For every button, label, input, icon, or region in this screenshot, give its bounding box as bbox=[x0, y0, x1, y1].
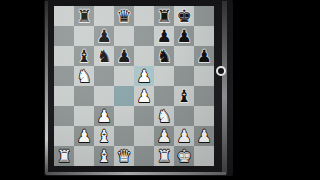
indicator-dot-white-icon bbox=[216, 99, 223, 106]
square-c4[interactable] bbox=[94, 86, 114, 106]
white-king[interactable]: ♚ bbox=[176, 146, 191, 166]
square-e7[interactable] bbox=[134, 26, 154, 46]
white-pawn[interactable]: ♟ bbox=[196, 126, 211, 146]
white-pawn[interactable]: ♟ bbox=[176, 126, 191, 146]
white-pawn[interactable]: ♟ bbox=[76, 126, 91, 146]
square-f1[interactable]: ♜ bbox=[154, 146, 174, 166]
square-e3[interactable] bbox=[134, 106, 154, 126]
black-pawn[interactable]: ♟ bbox=[176, 26, 191, 46]
black-pawn[interactable]: ♟ bbox=[156, 26, 171, 46]
black-pawn[interactable]: ♟ bbox=[96, 26, 111, 46]
square-e1[interactable] bbox=[134, 146, 154, 166]
square-a8[interactable] bbox=[54, 6, 74, 26]
black-rook[interactable]: ♜ bbox=[76, 6, 91, 26]
square-g6[interactable] bbox=[174, 46, 194, 66]
square-b8[interactable]: ♜ bbox=[74, 6, 94, 26]
square-g1[interactable]: ♚ bbox=[174, 146, 194, 166]
square-h3[interactable] bbox=[194, 106, 214, 126]
black-rook[interactable]: ♜ bbox=[156, 6, 171, 26]
square-f4[interactable] bbox=[154, 86, 174, 106]
square-h6[interactable]: ♟ bbox=[194, 46, 214, 66]
white-pawn[interactable]: ♟ bbox=[136, 66, 151, 86]
square-a2[interactable] bbox=[54, 126, 74, 146]
square-g7[interactable]: ♟ bbox=[174, 26, 194, 46]
white-pawn[interactable]: ♟ bbox=[136, 86, 151, 106]
square-b2[interactable]: ♟ bbox=[74, 126, 94, 146]
screen: ♜♛♜♚♟♟♟♝♞♟♞♟♞♟♟♝♟♞♟♝♟♟♟♜♝♛♜♚ bbox=[0, 0, 320, 180]
white-pawn[interactable]: ♟ bbox=[96, 106, 111, 126]
square-e4[interactable]: ♟ bbox=[134, 86, 154, 106]
square-c3[interactable]: ♟ bbox=[94, 106, 114, 126]
black-bishop[interactable]: ♝ bbox=[176, 86, 191, 106]
indicator-dot-red-bottom-icon bbox=[217, 110, 221, 114]
square-g3[interactable] bbox=[174, 106, 194, 126]
square-g5[interactable] bbox=[174, 66, 194, 86]
square-d4[interactable] bbox=[114, 86, 134, 106]
white-pawn[interactable]: ♟ bbox=[156, 126, 171, 146]
square-f3[interactable]: ♞ bbox=[154, 106, 174, 126]
square-h5[interactable] bbox=[194, 66, 214, 86]
square-b5[interactable]: ♞ bbox=[74, 66, 94, 86]
white-knight[interactable]: ♞ bbox=[76, 66, 91, 86]
square-e2[interactable] bbox=[134, 126, 154, 146]
square-a3[interactable] bbox=[54, 106, 74, 126]
black-pawn[interactable]: ♟ bbox=[196, 46, 211, 66]
black-king[interactable]: ♚ bbox=[176, 6, 191, 26]
square-c7[interactable]: ♟ bbox=[94, 26, 114, 46]
square-c2[interactable]: ♝ bbox=[94, 126, 114, 146]
square-b6[interactable]: ♝ bbox=[74, 46, 94, 66]
white-bishop[interactable]: ♝ bbox=[96, 146, 111, 166]
square-d8[interactable]: ♛ bbox=[114, 6, 134, 26]
chess-board: ♜♛♜♚♟♟♟♝♞♟♞♟♞♟♟♝♟♞♟♝♟♟♟♜♝♛♜♚ bbox=[54, 6, 214, 166]
black-queen[interactable]: ♛ bbox=[116, 6, 131, 26]
square-d3[interactable] bbox=[114, 106, 134, 126]
square-g8[interactable]: ♚ bbox=[174, 6, 194, 26]
square-d7[interactable] bbox=[114, 26, 134, 46]
white-knight[interactable]: ♞ bbox=[156, 106, 171, 126]
square-d5[interactable] bbox=[114, 66, 134, 86]
square-a5[interactable] bbox=[54, 66, 74, 86]
square-h8[interactable] bbox=[194, 6, 214, 26]
indicator-dot-maroon-top-icon bbox=[216, 59, 221, 65]
square-a6[interactable] bbox=[54, 46, 74, 66]
square-d1[interactable]: ♛ bbox=[114, 146, 134, 166]
square-h7[interactable] bbox=[194, 26, 214, 46]
square-e8[interactable] bbox=[134, 6, 154, 26]
square-a4[interactable] bbox=[54, 86, 74, 106]
indicator-ring-white-icon bbox=[216, 66, 226, 76]
square-e6[interactable] bbox=[134, 46, 154, 66]
square-c5[interactable] bbox=[94, 66, 114, 86]
square-h2[interactable]: ♟ bbox=[194, 126, 214, 146]
square-c1[interactable]: ♝ bbox=[94, 146, 114, 166]
white-bishop[interactable]: ♝ bbox=[96, 126, 111, 146]
square-c8[interactable] bbox=[94, 6, 114, 26]
square-g4[interactable]: ♝ bbox=[174, 86, 194, 106]
square-d6[interactable]: ♟ bbox=[114, 46, 134, 66]
white-rook[interactable]: ♜ bbox=[156, 146, 171, 166]
black-knight[interactable]: ♞ bbox=[96, 46, 111, 66]
square-b3[interactable] bbox=[74, 106, 94, 126]
square-f6[interactable]: ♞ bbox=[154, 46, 174, 66]
square-c6[interactable]: ♞ bbox=[94, 46, 114, 66]
square-g2[interactable]: ♟ bbox=[174, 126, 194, 146]
black-bishop[interactable]: ♝ bbox=[76, 46, 91, 66]
square-h1[interactable] bbox=[194, 146, 214, 166]
square-b7[interactable] bbox=[74, 26, 94, 46]
square-f2[interactable]: ♟ bbox=[154, 126, 174, 146]
black-knight[interactable]: ♞ bbox=[156, 46, 171, 66]
square-f7[interactable]: ♟ bbox=[154, 26, 174, 46]
square-f5[interactable] bbox=[154, 66, 174, 86]
square-f8[interactable]: ♜ bbox=[154, 6, 174, 26]
black-pawn[interactable]: ♟ bbox=[116, 46, 131, 66]
square-a1[interactable]: ♜ bbox=[54, 146, 74, 166]
square-b1[interactable] bbox=[74, 146, 94, 166]
square-b4[interactable] bbox=[74, 86, 94, 106]
square-a7[interactable] bbox=[54, 26, 74, 46]
white-rook[interactable]: ♜ bbox=[56, 146, 71, 166]
square-h4[interactable] bbox=[194, 86, 214, 106]
square-d2[interactable] bbox=[114, 126, 134, 146]
square-e5[interactable]: ♟ bbox=[134, 66, 154, 86]
white-queen[interactable]: ♛ bbox=[116, 146, 131, 166]
